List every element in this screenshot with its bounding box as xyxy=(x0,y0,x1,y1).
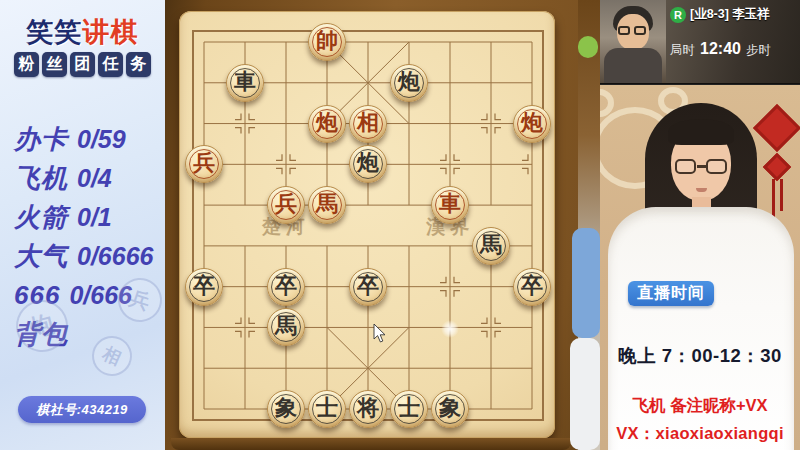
knot-tassel xyxy=(772,179,775,217)
piece-character: 馬 xyxy=(480,234,502,256)
task-label: 火箭 xyxy=(14,200,68,235)
xiangqi-piece-black-卒[interactable]: 卒 xyxy=(349,268,387,306)
task-progress: 0/4 xyxy=(77,164,112,193)
live-time-button[interactable]: 直播时间 xyxy=(628,281,714,306)
xiangqi-piece-black-炮[interactable]: 炮 xyxy=(349,145,387,183)
piece-character: 車 xyxy=(234,71,256,93)
xiangqi-piece-black-象[interactable]: 象 xyxy=(267,390,305,428)
task-item-办卡[interactable]: 办卡0/59 xyxy=(14,120,164,159)
contact-line-2: VX：xiaoxiaoxiangqi xyxy=(600,423,800,445)
opponent-cam: R [业8-3] 李玉祥 局时 12:40 步时 xyxy=(600,0,800,84)
opponent-shoulders xyxy=(604,48,662,84)
fan-club-title-tiles: 粉丝团任务 xyxy=(0,52,165,77)
rank-badge-icon: R xyxy=(670,7,686,23)
glasses-icon xyxy=(706,159,727,174)
piece-character: 象 xyxy=(439,397,461,419)
piece-character: 将 xyxy=(357,397,379,419)
task-progress: 0/6666 xyxy=(77,242,153,271)
piece-character: 相 xyxy=(357,112,379,134)
xiangqi-piece-black-将[interactable]: 将 xyxy=(349,390,387,428)
xiangqi-piece-red-兵[interactable]: 兵 xyxy=(267,186,305,224)
piece-character: 卒 xyxy=(193,275,215,297)
move-hint-glow xyxy=(441,320,459,338)
xiangqi-piece-red-相[interactable]: 相 xyxy=(349,105,387,143)
piece-character: 卒 xyxy=(357,275,379,297)
glasses-bridge xyxy=(697,165,706,168)
piece-character: 卒 xyxy=(275,275,297,297)
piece-character: 士 xyxy=(398,397,420,419)
piece-character: 馬 xyxy=(275,315,297,337)
xiangqi-piece-red-炮[interactable]: 炮 xyxy=(308,105,346,143)
fan-club-tile: 粉 xyxy=(14,52,39,77)
logo-text-xiaoxiao: 笑笑 xyxy=(27,17,83,47)
logo-text-jiangqi: 讲棋 xyxy=(83,17,139,47)
fan-club-tile: 务 xyxy=(126,52,151,77)
fan-club-tile: 团 xyxy=(70,52,95,77)
game-time-value: 12:40 xyxy=(700,40,741,58)
xiangqi-piece-black-車[interactable]: 車 xyxy=(226,64,264,102)
piece-character: 象 xyxy=(275,397,297,419)
schedule-text: 晚上 7：00-12：30 xyxy=(600,343,800,368)
opponent-name: [业8-3] 李玉祥 xyxy=(690,6,770,23)
task-progress: 0/59 xyxy=(77,125,126,154)
task-progress: 0/1 xyxy=(77,203,112,232)
xiangqi-piece-red-炮[interactable]: 炮 xyxy=(513,105,551,143)
task-item-火箭[interactable]: 火箭0/1 xyxy=(14,198,164,237)
task-label: 办卡 xyxy=(14,122,68,157)
chinese-knot-ornament xyxy=(753,104,800,152)
piece-character: 士 xyxy=(316,397,338,419)
xiangqi-piece-red-車[interactable]: 車 xyxy=(431,186,469,224)
move-time-label: 步时 xyxy=(746,42,771,59)
glasses-icon xyxy=(675,159,696,174)
fan-club-tile: 丝 xyxy=(42,52,67,77)
piece-character: 炮 xyxy=(521,112,543,134)
piece-character: 炮 xyxy=(357,152,379,174)
piece-character: 炮 xyxy=(398,71,420,93)
piece-character: 車 xyxy=(439,193,461,215)
xiangqi-piece-black-馬[interactable]: 馬 xyxy=(267,308,305,346)
piece-character: 馬 xyxy=(316,193,338,215)
xiangqi-piece-black-卒[interactable]: 卒 xyxy=(185,268,223,306)
contact-line-1: 飞机 备注昵称+VX xyxy=(600,395,800,417)
xiangqi-piece-black-卒[interactable]: 卒 xyxy=(267,268,305,306)
xiangqi-piece-black-士[interactable]: 士 xyxy=(390,390,428,428)
xiangqi-piece-black-士[interactable]: 士 xyxy=(308,390,346,428)
channel-logo: 笑笑讲棋 xyxy=(0,14,165,50)
piece-character: 炮 xyxy=(316,112,338,134)
fan-task-sidebar: 笑笑讲棋 粉丝团任务 办卡0/59飞机0/4火箭0/1大气0/66666660/… xyxy=(0,0,165,450)
chinese-knot-ornament xyxy=(763,153,791,181)
club-id-badge: 棋社号:434219 xyxy=(18,396,146,423)
piece-character: 帥 xyxy=(316,30,338,52)
game-time-label: 局时 xyxy=(670,42,695,59)
xiangqi-piece-black-炮[interactable]: 炮 xyxy=(390,64,428,102)
knot-tassel xyxy=(780,179,783,211)
piece-layer: 帥車炮炮相炮兵炮兵馬車馬卒卒卒卒馬象士将士象 xyxy=(165,0,600,450)
xiangqi-board-cam: 楚河漢界 帥車炮炮相炮兵炮兵馬車馬卒卒卒卒馬象士将士象 xyxy=(165,0,600,450)
glasses-icon xyxy=(618,26,630,35)
task-label: 大气 xyxy=(14,239,68,274)
mouse-cursor xyxy=(373,324,387,344)
streamer-fringe xyxy=(668,119,734,145)
task-item-大气[interactable]: 大气0/6666 xyxy=(14,237,164,276)
xiangqi-piece-black-卒[interactable]: 卒 xyxy=(513,268,551,306)
piece-character: 卒 xyxy=(521,275,543,297)
task-item-飞机[interactable]: 飞机0/4 xyxy=(14,159,164,198)
stream-stage: 笑笑讲棋 粉丝团任务 办卡0/59飞机0/4火箭0/1大气0/66666660/… xyxy=(0,0,800,450)
xiangqi-piece-black-象[interactable]: 象 xyxy=(431,390,469,428)
xiangqi-piece-red-帥[interactable]: 帥 xyxy=(308,23,346,61)
clock-row: 局时 12:40 步时 xyxy=(670,40,800,59)
xiangqi-piece-red-兵[interactable]: 兵 xyxy=(185,145,223,183)
glasses-icon xyxy=(634,26,646,35)
streamer-cam: 直播时间 晚上 7：00-12：30 飞机 备注昵称+VX VX：xiaoxia… xyxy=(600,85,800,450)
opponent-webcam-thumb xyxy=(600,0,666,84)
task-label: 飞机 xyxy=(14,161,68,196)
opponent-info: R [业8-3] 李玉祥 局时 12:40 步时 xyxy=(670,6,800,59)
xiangqi-piece-red-馬[interactable]: 馬 xyxy=(308,186,346,224)
piece-character: 兵 xyxy=(193,152,215,174)
piece-character: 兵 xyxy=(275,193,297,215)
fan-club-tile: 任 xyxy=(98,52,123,77)
xiangqi-piece-black-馬[interactable]: 馬 xyxy=(472,227,510,265)
